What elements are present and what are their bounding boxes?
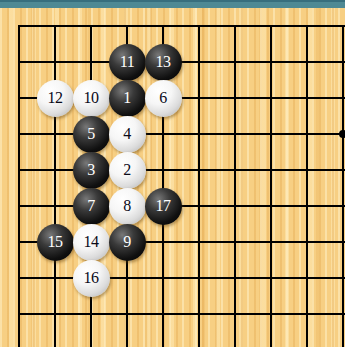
move-number: 14 bbox=[84, 234, 99, 251]
board-intersection[interactable] bbox=[217, 80, 253, 116]
board-intersection[interactable] bbox=[37, 152, 73, 188]
board-intersection[interactable] bbox=[181, 8, 217, 44]
board-intersection[interactable] bbox=[181, 260, 217, 296]
move-number: 8 bbox=[123, 198, 131, 215]
move-number: 4 bbox=[123, 126, 131, 143]
board-intersection[interactable] bbox=[73, 44, 109, 80]
board-intersection[interactable] bbox=[253, 152, 289, 188]
board-intersection[interactable] bbox=[1, 188, 37, 224]
stone-white[interactable]: 16 bbox=[73, 260, 110, 297]
board-intersection[interactable]: 4 bbox=[109, 116, 145, 152]
board-intersection[interactable] bbox=[253, 80, 289, 116]
board-intersection[interactable]: 9 bbox=[109, 224, 145, 260]
stone-black[interactable]: 15 bbox=[37, 224, 74, 261]
board-intersection[interactable] bbox=[181, 80, 217, 116]
title-bar bbox=[0, 0, 345, 8]
board-intersection[interactable]: 3 bbox=[73, 152, 109, 188]
board-intersection[interactable] bbox=[109, 332, 145, 347]
board-intersection[interactable] bbox=[253, 296, 289, 332]
board-intersection[interactable] bbox=[289, 8, 325, 44]
board-intersection[interactable] bbox=[325, 8, 345, 44]
board-intersection[interactable] bbox=[217, 116, 253, 152]
board-intersection[interactable] bbox=[1, 332, 37, 347]
move-number: 1 bbox=[123, 90, 131, 107]
board-intersection[interactable] bbox=[289, 332, 325, 347]
board-intersection[interactable] bbox=[37, 8, 73, 44]
move-number: 17 bbox=[156, 198, 171, 215]
board-intersection[interactable] bbox=[325, 260, 345, 296]
move-number: 10 bbox=[84, 90, 99, 107]
star-point bbox=[339, 130, 345, 138]
board-intersection[interactable]: 2 bbox=[109, 152, 145, 188]
move-number: 12 bbox=[48, 90, 63, 107]
board-intersection[interactable] bbox=[37, 332, 73, 347]
board-intersection[interactable]: 10 bbox=[73, 80, 109, 116]
board-intersection[interactable] bbox=[37, 260, 73, 296]
move-number: 3 bbox=[87, 162, 95, 179]
go-board-screenshot: 1113121016543278171514916 bbox=[0, 0, 345, 347]
stone-black[interactable]: 5 bbox=[73, 116, 110, 153]
stone-white[interactable]: 2 bbox=[109, 152, 146, 189]
board-intersection[interactable] bbox=[217, 152, 253, 188]
board-intersection[interactable] bbox=[73, 8, 109, 44]
move-number: 11 bbox=[120, 54, 134, 71]
move-number: 5 bbox=[87, 126, 95, 143]
move-number: 7 bbox=[87, 198, 95, 215]
board-intersection[interactable] bbox=[145, 224, 181, 260]
stone-white[interactable]: 4 bbox=[109, 116, 146, 153]
board-intersection[interactable] bbox=[145, 296, 181, 332]
board-intersection[interactable]: 13 bbox=[145, 44, 181, 80]
board-intersection[interactable] bbox=[37, 116, 73, 152]
move-number: 2 bbox=[123, 162, 131, 179]
board-intersection[interactable] bbox=[253, 260, 289, 296]
stone-white[interactable]: 10 bbox=[73, 80, 110, 117]
board-intersection[interactable] bbox=[181, 224, 217, 260]
board-intersection[interactable]: 11 bbox=[109, 44, 145, 80]
stone-black[interactable]: 13 bbox=[145, 44, 182, 81]
board-intersection[interactable]: 14 bbox=[73, 224, 109, 260]
board-intersection[interactable] bbox=[325, 224, 345, 260]
stone-black[interactable]: 11 bbox=[109, 44, 146, 81]
board-intersection[interactable] bbox=[1, 152, 37, 188]
board-intersection[interactable]: 17 bbox=[145, 188, 181, 224]
board-intersection[interactable] bbox=[253, 116, 289, 152]
board-intersection[interactable]: 5 bbox=[73, 116, 109, 152]
stone-white[interactable]: 14 bbox=[73, 224, 110, 261]
board-intersection[interactable] bbox=[1, 260, 37, 296]
board-intersection[interactable] bbox=[217, 188, 253, 224]
board-intersection[interactable] bbox=[109, 8, 145, 44]
board-intersection[interactable] bbox=[1, 224, 37, 260]
board-intersection[interactable]: 6 bbox=[145, 80, 181, 116]
board-intersection[interactable] bbox=[289, 188, 325, 224]
stone-white[interactable]: 8 bbox=[109, 188, 146, 225]
stone-white[interactable]: 6 bbox=[145, 80, 182, 117]
board-intersection[interactable] bbox=[37, 296, 73, 332]
board-intersection[interactable] bbox=[145, 332, 181, 347]
board-intersection[interactable] bbox=[181, 188, 217, 224]
board-intersection[interactable] bbox=[217, 8, 253, 44]
board-intersection[interactable] bbox=[109, 296, 145, 332]
board-intersection[interactable] bbox=[1, 116, 37, 152]
board-intersection[interactable] bbox=[289, 296, 325, 332]
board-intersection[interactable] bbox=[145, 8, 181, 44]
board-intersection[interactable] bbox=[37, 44, 73, 80]
board-intersection[interactable] bbox=[217, 332, 253, 347]
board-intersection[interactable] bbox=[109, 260, 145, 296]
board-intersection[interactable] bbox=[289, 224, 325, 260]
board-intersection[interactable] bbox=[253, 332, 289, 347]
board-intersection[interactable] bbox=[181, 116, 217, 152]
board-intersection[interactable] bbox=[217, 224, 253, 260]
board-intersection[interactable] bbox=[1, 44, 37, 80]
board-intersection[interactable] bbox=[289, 152, 325, 188]
board-intersection[interactable] bbox=[217, 296, 253, 332]
board-intersection[interactable] bbox=[253, 188, 289, 224]
board-intersection[interactable] bbox=[181, 152, 217, 188]
board-intersection[interactable] bbox=[217, 260, 253, 296]
stone-black[interactable]: 1 bbox=[109, 80, 146, 117]
board-intersection[interactable] bbox=[217, 44, 253, 80]
board-intersection[interactable] bbox=[1, 296, 37, 332]
board-intersection[interactable] bbox=[145, 260, 181, 296]
board-intersection[interactable] bbox=[253, 8, 289, 44]
board-intersection[interactable] bbox=[325, 296, 345, 332]
stone-black[interactable]: 3 bbox=[73, 152, 110, 189]
move-number: 16 bbox=[84, 270, 99, 287]
go-board-grid: 1113121016543278171514916 bbox=[1, 8, 345, 347]
board-intersection[interactable] bbox=[289, 116, 325, 152]
move-number: 6 bbox=[159, 90, 167, 107]
board-intersection[interactable] bbox=[325, 152, 345, 188]
board-intersection[interactable] bbox=[73, 332, 109, 347]
board-intersection[interactable] bbox=[181, 44, 217, 80]
board-intersection[interactable] bbox=[253, 44, 289, 80]
board-intersection[interactable] bbox=[325, 332, 345, 347]
board-intersection[interactable]: 15 bbox=[37, 224, 73, 260]
board-intersection[interactable]: 12 bbox=[37, 80, 73, 116]
move-number: 9 bbox=[123, 234, 131, 251]
stone-white[interactable]: 12 bbox=[37, 80, 74, 117]
stone-black[interactable]: 17 bbox=[145, 188, 182, 225]
board-intersection[interactable] bbox=[325, 188, 345, 224]
board-intersection[interactable] bbox=[1, 8, 37, 44]
board-intersection[interactable] bbox=[289, 80, 325, 116]
board-intersection[interactable] bbox=[1, 80, 37, 116]
board-intersection[interactable] bbox=[73, 296, 109, 332]
board-intersection[interactable] bbox=[181, 332, 217, 347]
stone-black[interactable]: 7 bbox=[73, 188, 110, 225]
board-intersection[interactable] bbox=[253, 224, 289, 260]
board-intersection[interactable]: 1 bbox=[109, 80, 145, 116]
move-number: 15 bbox=[48, 234, 63, 251]
board-intersection[interactable]: 8 bbox=[109, 188, 145, 224]
board-intersection[interactable]: 16 bbox=[73, 260, 109, 296]
board-intersection[interactable]: 7 bbox=[73, 188, 109, 224]
board-intersection[interactable] bbox=[37, 188, 73, 224]
board-intersection[interactable] bbox=[325, 44, 345, 80]
board-intersection[interactable] bbox=[145, 116, 181, 152]
board-intersection[interactable] bbox=[145, 152, 181, 188]
board-intersection[interactable] bbox=[289, 260, 325, 296]
board-intersection[interactable] bbox=[181, 296, 217, 332]
board-intersection[interactable] bbox=[325, 116, 345, 152]
board-intersection[interactable] bbox=[289, 44, 325, 80]
board-intersection[interactable] bbox=[325, 80, 345, 116]
move-number: 13 bbox=[156, 54, 171, 71]
stone-black[interactable]: 9 bbox=[109, 224, 146, 261]
